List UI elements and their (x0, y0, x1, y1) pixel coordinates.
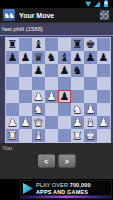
battery-icon (104, 1, 108, 7)
white-pawn: ♟ (86, 103, 96, 116)
square-f1[interactable]: ♜ (71, 129, 84, 142)
square-a1[interactable]: ♜ (6, 129, 19, 142)
square-c5[interactable] (32, 77, 45, 90)
board-grid-icon[interactable] (100, 11, 109, 20)
white-pawn: ♟ (73, 116, 83, 129)
square-f3[interactable]: ♞ (71, 103, 84, 116)
black-pawn: ♟ (34, 64, 44, 77)
black-bishop: ♝ (60, 51, 70, 64)
square-c1[interactable]: ♝ (32, 129, 45, 142)
black-rook: ♜ (8, 38, 18, 51)
square-d5[interactable] (45, 77, 58, 90)
square-d1[interactable] (45, 129, 58, 142)
wifi-icon (85, 1, 92, 7)
black-queen: ♛ (34, 51, 44, 64)
square-f2[interactable]: ♟ (71, 116, 84, 129)
white-pawn: ♟ (8, 116, 18, 129)
square-b7[interactable]: ♟ (19, 51, 32, 64)
square-f5[interactable] (71, 77, 84, 90)
black-knight: ♞ (47, 51, 57, 64)
square-h7[interactable]: ♟ (97, 51, 110, 64)
square-h6[interactable] (97, 64, 110, 77)
square-d7[interactable]: ♞ (45, 51, 58, 64)
ad-line1-prefix: PLAY OVER (36, 182, 70, 188)
black-pawn: ♟ (8, 51, 18, 64)
square-b6[interactable] (19, 64, 32, 77)
page-title: Your Move (19, 11, 100, 19)
square-h8[interactable] (97, 38, 110, 51)
square-c2[interactable]: ♛ (32, 116, 45, 129)
status-bar (0, 0, 113, 8)
title-bar: ♞♞ Your Move (0, 8, 113, 23)
white-queen: ♛ (34, 116, 44, 129)
black-pawn: ♟ (60, 64, 70, 77)
square-e2[interactable] (58, 116, 71, 129)
white-pawn: ♟ (99, 116, 109, 129)
square-d4[interactable]: ♟ (45, 90, 58, 103)
square-a8[interactable]: ♜ (6, 38, 19, 51)
square-c6[interactable]: ♟ (32, 64, 45, 77)
ad-gradient-strip (21, 196, 112, 199)
opponent-name-label: fast phill (1588) (2, 26, 43, 33)
white-pawn: ♟ (21, 116, 31, 129)
square-a6[interactable] (6, 64, 19, 77)
square-g7[interactable]: ♟ (84, 51, 97, 64)
two-knights-app-icon: ♞♞ (3, 9, 15, 21)
next-move-button[interactable]: > (58, 155, 75, 168)
lower-panel: You < > (0, 143, 113, 179)
square-e7[interactable]: ♝ (58, 51, 71, 64)
chess-board[interactable]: ♜♝♜♚♟♟♛♞♝♟♟♟♟♟♞♟♟♟♞♞♟♟♟♛♟♝♟♜♝♜♚ (5, 37, 111, 143)
square-f7[interactable]: ♟ (71, 51, 84, 64)
white-bishop: ♝ (86, 116, 96, 129)
signal-strength-icon (94, 1, 101, 7)
square-b2[interactable]: ♟ (19, 116, 32, 129)
black-king: ♚ (86, 38, 96, 51)
white-rook: ♜ (8, 129, 18, 142)
ad-line2: APPS AND GAMES (36, 188, 88, 194)
square-e4[interactable]: ♟ (58, 90, 71, 103)
square-b5[interactable] (19, 77, 32, 90)
square-a2[interactable]: ♟ (6, 116, 19, 129)
black-knight: ♞ (73, 64, 83, 77)
ad-section: PLAY OVER 700,000 APPS AND GAMES (0, 179, 113, 200)
square-a7[interactable]: ♟ (6, 51, 19, 64)
white-pawn: ♟ (34, 90, 44, 103)
white-knight: ♞ (34, 103, 44, 116)
white-bishop: ♝ (34, 129, 44, 142)
opponent-row: fast phill (1588) (0, 23, 113, 36)
square-c3[interactable]: ♞ (32, 103, 45, 116)
square-b1[interactable] (19, 129, 32, 142)
square-g3[interactable]: ♟ (84, 103, 97, 116)
square-b8[interactable] (19, 38, 32, 51)
phone-screen: ♞♞ Your Move fast phill (1588) ♜♝♜♚♟♟♛♞♝… (0, 0, 113, 200)
square-a4[interactable] (6, 90, 19, 103)
square-e3[interactable] (58, 103, 71, 116)
square-g1[interactable]: ♚ (84, 129, 97, 142)
square-c8[interactable]: ♝ (32, 38, 45, 51)
square-h5[interactable] (97, 77, 110, 90)
square-h1[interactable] (97, 129, 110, 142)
square-e1[interactable] (58, 129, 71, 142)
square-f4[interactable] (71, 90, 84, 103)
white-king: ♚ (86, 129, 96, 142)
square-a3[interactable] (6, 103, 19, 116)
google-play-icon (23, 183, 33, 194)
square-d6[interactable] (45, 64, 58, 77)
white-rook: ♜ (73, 129, 83, 142)
square-h2[interactable]: ♟ (97, 116, 110, 129)
white-knight: ♞ (73, 103, 83, 116)
square-d2[interactable] (45, 116, 58, 129)
board-area: ♜♝♜♚♟♟♛♞♝♟♟♟♟♟♞♟♟♟♞♞♟♟♟♛♟♝♟♜♝♜♚ (0, 36, 113, 143)
square-e5[interactable] (58, 77, 71, 90)
square-b4[interactable] (19, 90, 32, 103)
ad-line1-bold: 700,000 (70, 182, 91, 188)
square-e6[interactable]: ♟ (58, 64, 71, 77)
square-g5[interactable] (84, 77, 97, 90)
square-h4[interactable] (97, 90, 110, 103)
square-g2[interactable]: ♝ (84, 116, 97, 129)
square-c7[interactable]: ♛ (32, 51, 45, 64)
square-e8[interactable] (58, 38, 71, 51)
black-bishop: ♝ (34, 38, 44, 51)
ad-banner[interactable]: PLAY OVER 700,000 APPS AND GAMES (20, 181, 112, 199)
square-h3[interactable] (97, 103, 110, 116)
black-pawn: ♟ (60, 90, 70, 103)
square-b3[interactable] (19, 103, 32, 116)
black-pawn: ♟ (86, 51, 96, 64)
prev-move-button[interactable]: < (38, 155, 55, 168)
square-g8[interactable]: ♚ (84, 38, 97, 51)
square-d3[interactable] (45, 103, 58, 116)
black-pawn: ♟ (99, 51, 109, 64)
square-d8[interactable] (45, 38, 58, 51)
square-f8[interactable]: ♜ (71, 38, 84, 51)
black-pawn: ♟ (73, 51, 83, 64)
square-f6[interactable]: ♞ (71, 64, 84, 77)
nav-button-row: < > (0, 155, 113, 168)
square-c4[interactable]: ♟ (32, 90, 45, 103)
square-a5[interactable] (6, 77, 19, 90)
turn-label: You (2, 145, 113, 152)
black-rook: ♜ (73, 38, 83, 51)
white-pawn: ♟ (47, 90, 57, 103)
ad-text: PLAY OVER 700,000 APPS AND GAMES (36, 182, 91, 195)
black-pawn: ♟ (21, 51, 31, 64)
square-g6[interactable] (84, 64, 97, 77)
square-g4[interactable] (84, 90, 97, 103)
